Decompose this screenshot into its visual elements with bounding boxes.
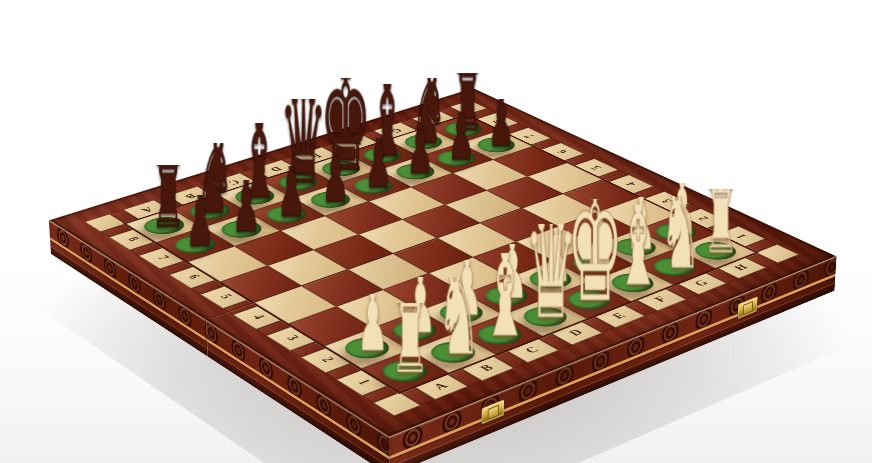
- file-label: G: [387, 127, 404, 134]
- brass-latch: [482, 400, 505, 425]
- file-label: D: [267, 165, 284, 172]
- file-label: H: [425, 115, 442, 122]
- rank-label: 6: [554, 149, 569, 155]
- photo-scene: ABCDEFGH 87654321 87654321 ABCDEFGH ♜♞♝♛…: [0, 0, 872, 463]
- file-label: C: [225, 178, 242, 185]
- fold-seam-side: [205, 320, 208, 357]
- piece-white-rook: ♜: [361, 350, 448, 392]
- rank-label: 7: [522, 133, 537, 139]
- piece-glyph: ♟: [137, 195, 262, 247]
- brass-latch: [738, 296, 758, 319]
- rank-label: 8: [490, 118, 505, 124]
- piece-black-pawn: ♟: [156, 227, 234, 262]
- chess-board: ABCDEFGH 87654321 87654321 ABCDEFGH ♜♞♝♛…: [49, 88, 837, 437]
- file-label: E: [308, 152, 324, 159]
- piece-glyph-text: ♜: [391, 282, 431, 389]
- piece-glyph-text: ♟: [185, 180, 214, 259]
- piece-glyph: ♜: [342, 303, 480, 374]
- file-label: F: [349, 140, 364, 147]
